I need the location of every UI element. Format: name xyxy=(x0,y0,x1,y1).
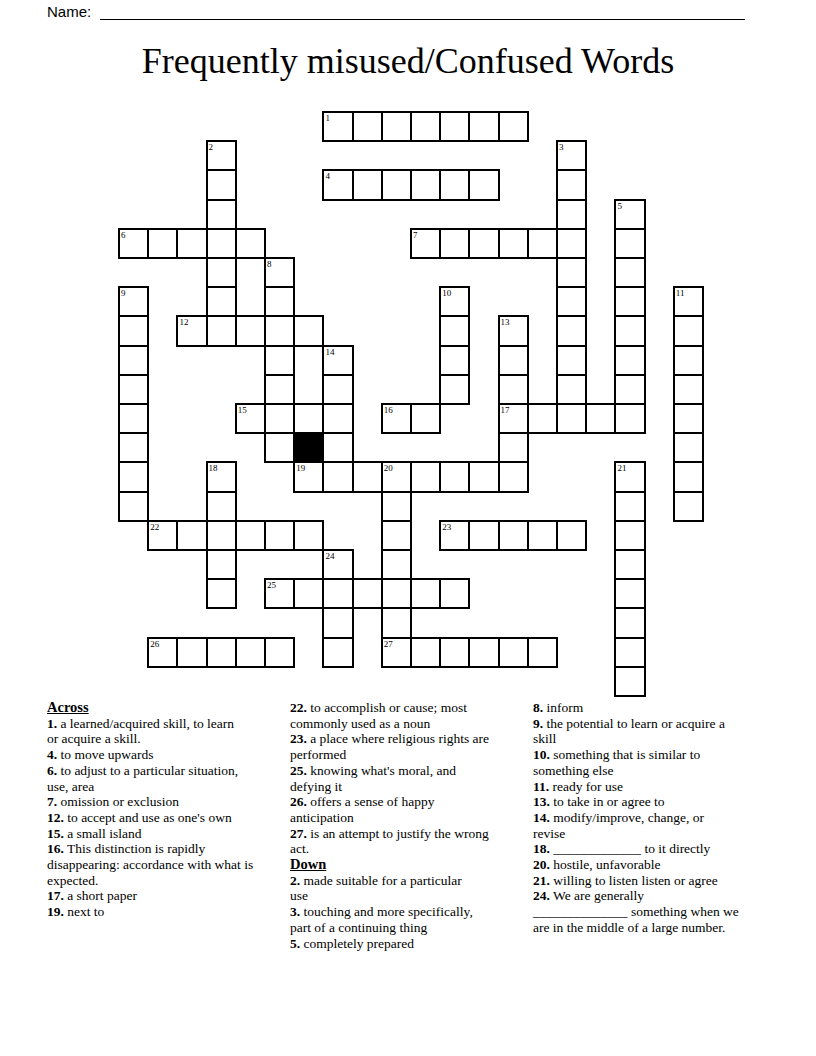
clue-item: 14. modify/improve, change, or revise xyxy=(533,810,783,841)
grid-cell[interactable] xyxy=(498,228,529,259)
cell-number: 7 xyxy=(413,230,418,240)
grid-cell[interactable] xyxy=(673,403,704,434)
grid-cell[interactable]: 5 xyxy=(614,199,645,230)
grid-cell[interactable] xyxy=(118,315,149,346)
grid-cell[interactable] xyxy=(206,578,237,609)
grid-cell[interactable]: 12 xyxy=(176,315,207,346)
grid-cell[interactable] xyxy=(176,228,207,259)
grid-cell[interactable]: 11 xyxy=(673,286,704,317)
grid-cell[interactable] xyxy=(556,403,587,434)
grid-cell[interactable] xyxy=(673,345,704,376)
grid-cell[interactable] xyxy=(439,315,470,346)
grid-cell[interactable]: 19 xyxy=(293,461,324,492)
grid-cell[interactable] xyxy=(527,228,558,259)
clue-text: a short paper xyxy=(64,888,137,903)
grid-cell[interactable] xyxy=(322,432,353,463)
grid-cell[interactable] xyxy=(556,315,587,346)
clue-item: 10. something that is similar to somethi… xyxy=(533,747,783,778)
down-clues-column: 8. inform9. the potential to learn or ac… xyxy=(533,700,783,936)
grid-cell[interactable]: 26 xyxy=(147,637,178,668)
grid-cell[interactable] xyxy=(322,461,353,492)
clue-text: ready for use xyxy=(549,779,623,794)
clue-number: 13. xyxy=(533,794,550,809)
grid-cell[interactable] xyxy=(206,637,237,668)
grid-cell[interactable] xyxy=(527,403,558,434)
cell-number: 15 xyxy=(238,405,247,415)
cell-number: 13 xyxy=(501,317,510,327)
grid-cell[interactable]: 18 xyxy=(206,461,237,492)
grid-cell[interactable] xyxy=(381,169,412,200)
cell-number: 4 xyxy=(325,171,330,181)
cell-number: 8 xyxy=(267,259,272,269)
grid-cell[interactable] xyxy=(614,578,645,609)
black-cell xyxy=(293,432,324,463)
grid-cell[interactable] xyxy=(556,199,587,230)
grid-cell[interactable] xyxy=(264,374,295,405)
clue-number: 9. xyxy=(533,716,543,731)
grid-cell[interactable] xyxy=(352,461,383,492)
grid-cell[interactable] xyxy=(556,345,587,376)
clue-text: _____________ to it directly xyxy=(550,841,710,856)
grid-cell[interactable] xyxy=(264,345,295,376)
grid-cell[interactable] xyxy=(176,520,207,551)
grid-cell[interactable] xyxy=(118,432,149,463)
clue-text: We are generally ______________ somethin… xyxy=(533,888,739,934)
across-header: Across xyxy=(47,700,297,716)
grid-cell[interactable]: 17 xyxy=(498,403,529,434)
crossword-grid: 1234567891011121314151617181920212223242… xyxy=(118,111,706,699)
clue-number: 20. xyxy=(533,857,550,872)
grid-cell[interactable] xyxy=(235,228,266,259)
grid-cell[interactable] xyxy=(614,520,645,551)
clue-text: is an attempt to justify the wrong act. xyxy=(290,826,489,857)
grid-cell[interactable]: 16 xyxy=(381,403,412,434)
clue-number: 23. xyxy=(290,731,307,746)
grid-cell[interactable] xyxy=(527,520,558,551)
grid-cell[interactable] xyxy=(498,345,529,376)
grid-cell[interactable]: 13 xyxy=(498,315,529,346)
grid-cell[interactable] xyxy=(322,637,353,668)
grid-cell[interactable] xyxy=(264,286,295,317)
clue-number: 25. xyxy=(290,763,307,778)
clue-item: 19. next to xyxy=(47,904,297,920)
clue-item: 18. _____________ to it directly xyxy=(533,841,783,857)
clue-text: something that is similar to something e… xyxy=(533,747,700,778)
cell-number: 17 xyxy=(501,405,510,415)
grid-cell[interactable]: 10 xyxy=(439,286,470,317)
cell-number: 2 xyxy=(209,142,214,152)
clue-text: the potential to learn or acquire a skil… xyxy=(533,716,725,747)
clue-text: to adjust to a particular situation, use… xyxy=(47,763,238,794)
grid-cell[interactable] xyxy=(614,315,645,346)
grid-cell[interactable] xyxy=(206,199,237,230)
grid-cell[interactable] xyxy=(673,315,704,346)
clue-text: a learned/acquired skill, to learn or ac… xyxy=(47,716,234,747)
clue-text: to accept and use as one's own xyxy=(64,810,232,825)
clue-text: knowing what's moral, and defying it xyxy=(290,763,456,794)
grid-cell[interactable] xyxy=(498,374,529,405)
grid-cell[interactable] xyxy=(381,578,412,609)
cell-number: 16 xyxy=(384,405,393,415)
clue-item: 7. omission or exclusion xyxy=(47,794,297,810)
grid-cell[interactable] xyxy=(410,461,441,492)
clue-text: offers a sense of happy anticipation xyxy=(290,794,434,825)
grid-cell[interactable]: 3 xyxy=(556,140,587,171)
down-header: Down xyxy=(290,857,540,873)
clue-number: 27. xyxy=(290,826,307,841)
clue-item: 8. inform xyxy=(533,700,783,716)
grid-cell[interactable] xyxy=(118,491,149,522)
clue-text: made suitable for a particular use xyxy=(290,873,462,904)
cell-number: 3 xyxy=(559,142,564,152)
cell-number: 5 xyxy=(617,201,622,211)
grid-cell[interactable]: 8 xyxy=(264,257,295,288)
grid-cell[interactable] xyxy=(206,169,237,200)
grid-cell[interactable]: 7 xyxy=(410,228,441,259)
clue-item: 9. the potential to learn or acquire a s… xyxy=(533,716,783,747)
grid-cell[interactable] xyxy=(322,374,353,405)
grid-cell[interactable] xyxy=(614,607,645,638)
cell-number: 14 xyxy=(325,347,334,357)
clue-text: inform xyxy=(543,700,583,715)
clue-number: 6. xyxy=(47,763,57,778)
grid-cell[interactable] xyxy=(439,228,470,259)
clue-text: This distinction is rapidly disappearing… xyxy=(47,841,253,887)
clue-number: 10. xyxy=(533,747,550,762)
clue-number: 26. xyxy=(290,794,307,809)
grid-cell[interactable] xyxy=(206,228,237,259)
grid-cell[interactable] xyxy=(322,607,353,638)
cell-number: 25 xyxy=(267,580,276,590)
clue-text: modify/improve, change, or revise xyxy=(533,810,704,841)
clue-text: a place where religious rights are perfo… xyxy=(290,731,489,762)
cell-number: 19 xyxy=(296,463,305,473)
grid-cell[interactable] xyxy=(556,374,587,405)
clue-item: 11. ready for use xyxy=(533,779,783,795)
name-input-line[interactable] xyxy=(100,2,745,20)
grid-cell[interactable] xyxy=(206,520,237,551)
cell-number: 22 xyxy=(150,522,159,532)
name-row: Name: xyxy=(47,2,747,24)
grid-cell[interactable] xyxy=(614,374,645,405)
grid-cell[interactable] xyxy=(468,520,499,551)
grid-cell[interactable] xyxy=(556,286,587,317)
clue-text: hostile, unfavorable xyxy=(550,857,661,872)
clue-text: a small island xyxy=(64,826,142,841)
grid-cell[interactable] xyxy=(585,403,616,434)
cell-number: 21 xyxy=(617,463,626,473)
grid-cell[interactable] xyxy=(410,111,441,142)
grid-cell[interactable] xyxy=(614,666,645,697)
grid-cell[interactable] xyxy=(235,520,266,551)
cell-number: 26 xyxy=(150,639,159,649)
grid-cell[interactable]: 27 xyxy=(381,637,412,668)
grid-cell[interactable] xyxy=(264,520,295,551)
grid-cell[interactable] xyxy=(556,228,587,259)
grid-cell[interactable] xyxy=(235,637,266,668)
grid-cell[interactable] xyxy=(439,374,470,405)
clue-text: next to xyxy=(64,904,105,919)
grid-cell[interactable] xyxy=(410,169,441,200)
clue-item: 22. to accomplish or cause; most commonl… xyxy=(290,700,540,731)
grid-cell[interactable] xyxy=(468,228,499,259)
grid-cell[interactable] xyxy=(352,578,383,609)
clue-number: 7. xyxy=(47,794,57,809)
grid-cell[interactable] xyxy=(468,461,499,492)
clue-number: 15. xyxy=(47,826,64,841)
grid-cell[interactable] xyxy=(468,637,499,668)
grid-cell[interactable] xyxy=(410,637,441,668)
clue-number: 22. xyxy=(290,700,307,715)
clue-item: 5. completely prepared xyxy=(290,936,540,952)
clue-text: to accomplish or cause; most commonly us… xyxy=(290,700,467,731)
grid-cell[interactable] xyxy=(118,374,149,405)
name-label: Name: xyxy=(47,3,91,20)
grid-cell[interactable] xyxy=(293,578,324,609)
clue-item: 23. a place where religious rights are p… xyxy=(290,731,540,762)
clue-number: 14. xyxy=(533,810,550,825)
grid-cell[interactable] xyxy=(614,549,645,580)
worksheet-page: Name: Frequently misused/Confused Words … xyxy=(0,0,816,1056)
clue-number: 24. xyxy=(533,888,550,903)
clue-item: 12. to accept and use as one's own xyxy=(47,810,297,826)
grid-cell[interactable] xyxy=(498,520,529,551)
clue-item: 13. to take in or agree to xyxy=(533,794,783,810)
grid-cell[interactable] xyxy=(439,461,470,492)
grid-cell[interactable] xyxy=(322,578,353,609)
grid-cell[interactable] xyxy=(381,111,412,142)
cell-number: 24 xyxy=(325,551,334,561)
grid-cell[interactable] xyxy=(439,169,470,200)
page-title: Frequently misused/Confused Words xyxy=(0,40,816,82)
grid-cell[interactable] xyxy=(498,461,529,492)
clue-item: 27. is an attempt to justify the wrong a… xyxy=(290,826,540,857)
grid-cell[interactable]: 14 xyxy=(322,345,353,376)
grid-cell[interactable]: 23 xyxy=(439,520,470,551)
cell-number: 20 xyxy=(384,463,393,473)
clue-number: 1. xyxy=(47,716,57,731)
grid-cell[interactable] xyxy=(381,607,412,638)
grid-cell[interactable] xyxy=(556,520,587,551)
grid-cell[interactable] xyxy=(381,520,412,551)
clue-text: omission or exclusion xyxy=(57,794,179,809)
clue-item: 15. a small island xyxy=(47,826,297,842)
clue-item: 26. offers a sense of happy anticipation xyxy=(290,794,540,825)
grid-cell[interactable] xyxy=(352,111,383,142)
clue-number: 21. xyxy=(533,873,550,888)
grid-cell[interactable] xyxy=(614,403,645,434)
grid-cell[interactable] xyxy=(176,637,207,668)
grid-cell[interactable] xyxy=(468,169,499,200)
grid-cell[interactable] xyxy=(206,491,237,522)
grid-cell[interactable] xyxy=(352,169,383,200)
clue-item: 4. to move upwards xyxy=(47,747,297,763)
grid-cell[interactable] xyxy=(673,491,704,522)
grid-cell[interactable] xyxy=(264,637,295,668)
grid-cell[interactable] xyxy=(206,286,237,317)
grid-cell[interactable]: 24 xyxy=(322,549,353,580)
grid-cell[interactable] xyxy=(498,432,529,463)
clue-item: 20. hostile, unfavorable xyxy=(533,857,783,873)
grid-cell[interactable] xyxy=(293,520,324,551)
cell-number: 23 xyxy=(442,522,451,532)
grid-cell[interactable] xyxy=(614,637,645,668)
cell-number: 9 xyxy=(121,288,126,298)
grid-cell[interactable] xyxy=(614,286,645,317)
grid-cell[interactable]: 2 xyxy=(206,140,237,171)
cell-number: 18 xyxy=(209,463,218,473)
grid-cell[interactable] xyxy=(439,345,470,376)
cell-number: 27 xyxy=(384,639,393,649)
clue-item: 16. This distinction is rapidly disappea… xyxy=(47,841,297,888)
clue-item: 3. touching and more specifically, part … xyxy=(290,904,540,935)
clue-text: willing to listen listen or agree xyxy=(550,873,718,888)
clue-number: 18. xyxy=(533,841,550,856)
grid-cell[interactable] xyxy=(439,637,470,668)
clue-text: touching and more specifically, part of … xyxy=(290,904,473,935)
grid-cell[interactable] xyxy=(527,637,558,668)
clue-item: 25. knowing what's moral, and defying it xyxy=(290,763,540,794)
grid-cell[interactable]: 4 xyxy=(322,169,353,200)
clue-number: 8. xyxy=(533,700,543,715)
cell-number: 10 xyxy=(442,288,451,298)
grid-cell[interactable] xyxy=(556,257,587,288)
grid-cell[interactable]: 20 xyxy=(381,461,412,492)
grid-cell[interactable]: 22 xyxy=(147,520,178,551)
clue-number: 4. xyxy=(47,747,57,762)
grid-cell[interactable] xyxy=(614,228,645,259)
grid-cell[interactable] xyxy=(410,403,441,434)
grid-cell[interactable] xyxy=(468,111,499,142)
middle-clues-column: 22. to accomplish or cause; most commonl… xyxy=(290,700,540,951)
grid-cell[interactable]: 9 xyxy=(118,286,149,317)
grid-cell[interactable]: 25 xyxy=(264,578,295,609)
grid-cell[interactable] xyxy=(556,169,587,200)
grid-cell[interactable] xyxy=(206,257,237,288)
grid-cell[interactable] xyxy=(264,432,295,463)
grid-cell[interactable] xyxy=(673,432,704,463)
grid-cell[interactable]: 1 xyxy=(322,111,353,142)
cell-number: 11 xyxy=(676,288,685,298)
grid-cell[interactable] xyxy=(293,403,324,434)
clue-text: to take in or agree to xyxy=(550,794,665,809)
grid-cell[interactable]: 21 xyxy=(614,461,645,492)
grid-cell[interactable] xyxy=(614,491,645,522)
across-clues-column: Across 1. a learned/acquired skill, to l… xyxy=(47,700,297,920)
grid-cell[interactable] xyxy=(381,491,412,522)
grid-cell[interactable] xyxy=(235,315,266,346)
clue-text: completely prepared xyxy=(300,936,414,951)
clue-number: 2. xyxy=(290,873,300,888)
grid-cell[interactable] xyxy=(293,315,324,346)
clue-item: 6. to adjust to a particular situation, … xyxy=(47,763,297,794)
grid-cell[interactable] xyxy=(118,345,149,376)
grid-cell[interactable]: 15 xyxy=(235,403,266,434)
cell-number: 1 xyxy=(325,113,330,123)
grid-cell[interactable] xyxy=(264,403,295,434)
grid-cell[interactable] xyxy=(147,228,178,259)
clue-item: 2. made suitable for a particular use xyxy=(290,873,540,904)
clue-number: 3. xyxy=(290,904,300,919)
grid-cell[interactable] xyxy=(439,578,470,609)
clue-item: 21. willing to listen listen or agree xyxy=(533,873,783,889)
cell-number: 6 xyxy=(121,230,126,240)
grid-cell[interactable] xyxy=(439,111,470,142)
cell-number: 12 xyxy=(179,317,188,327)
clue-number: 17. xyxy=(47,888,64,903)
grid-cell[interactable] xyxy=(498,637,529,668)
clue-number: 16. xyxy=(47,841,64,856)
grid-cell[interactable] xyxy=(673,461,704,492)
grid-cell[interactable] xyxy=(206,315,237,346)
grid-cell[interactable] xyxy=(614,345,645,376)
clue-item: 24. We are generally ______________ some… xyxy=(533,888,783,935)
grid-cell[interactable] xyxy=(118,403,149,434)
grid-cell[interactable] xyxy=(381,549,412,580)
clue-number: 19. xyxy=(47,904,64,919)
grid-cell[interactable] xyxy=(264,315,295,346)
grid-cell[interactable] xyxy=(322,403,353,434)
grid-cell[interactable] xyxy=(673,374,704,405)
clue-number: 5. xyxy=(290,936,300,951)
clue-number: 11. xyxy=(533,779,549,794)
grid-cell[interactable] xyxy=(410,578,441,609)
grid-cell[interactable]: 6 xyxy=(118,228,149,259)
clue-item: 17. a short paper xyxy=(47,888,297,904)
clue-text: to move upwards xyxy=(57,747,153,762)
grid-cell[interactable] xyxy=(206,549,237,580)
clue-item: 1. a learned/acquired skill, to learn or… xyxy=(47,716,297,747)
clue-number: 12. xyxy=(47,810,64,825)
grid-cell[interactable] xyxy=(614,257,645,288)
grid-cell[interactable] xyxy=(498,111,529,142)
grid-cell[interactable] xyxy=(118,461,149,492)
